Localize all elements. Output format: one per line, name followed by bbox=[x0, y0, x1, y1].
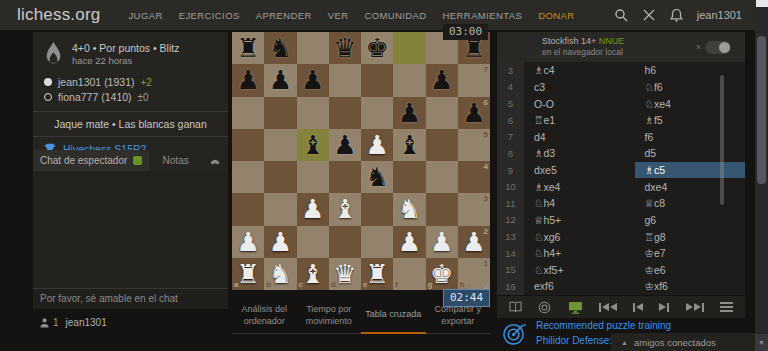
time-control-label: 4+0 • Por puntos • Blitz bbox=[72, 41, 179, 55]
goto-first-button[interactable] bbox=[599, 296, 617, 318]
player-name-rating: jean1301 (1931) bbox=[58, 76, 134, 88]
black-queen-d8[interactable]: ♛ bbox=[329, 32, 361, 64]
black-pawn-b7[interactable]: ♟ bbox=[264, 64, 296, 96]
square-d1[interactable]: ♛d bbox=[329, 258, 361, 290]
move-black-10[interactable]: dxe4 bbox=[635, 178, 746, 195]
move-black-3[interactable]: h6 bbox=[635, 62, 746, 79]
move-white-6[interactable]: ♖e1 bbox=[524, 112, 635, 129]
black-knight-b8[interactable]: ♞ bbox=[264, 32, 296, 64]
lichess-logo[interactable]: lichess.org bbox=[17, 5, 100, 25]
players-list: jean1301 (1931)+2fiona777 (1410)±0 bbox=[44, 75, 228, 105]
move-white-15[interactable]: ♘xf5+ bbox=[524, 262, 635, 279]
white-pawn-g2[interactable]: ♟ bbox=[426, 226, 458, 258]
square-c4[interactable] bbox=[297, 161, 329, 193]
chat-tabs: Chat de espectador Notas bbox=[33, 150, 228, 171]
rating-delta: +2 bbox=[140, 77, 151, 88]
move-row-10: 10♗xe4dxe4 bbox=[497, 178, 745, 195]
move-black-6[interactable]: ♗f5 bbox=[635, 112, 746, 129]
square-b3[interactable] bbox=[264, 193, 296, 225]
move-white-16[interactable]: exf6 bbox=[524, 278, 635, 295]
square-g2[interactable]: ♟ bbox=[426, 226, 458, 258]
move-white-10[interactable]: ♗xe4 bbox=[524, 178, 635, 195]
rank-label-1: 1 bbox=[484, 260, 488, 268]
square-a8[interactable]: ♜ bbox=[232, 32, 264, 64]
phone-icon bbox=[209, 155, 221, 167]
rank-label-3: 3 bbox=[484, 195, 488, 203]
move-number: 16 bbox=[497, 278, 524, 295]
move-white-13[interactable]: ♘xg6 bbox=[524, 228, 635, 245]
square-f4[interactable] bbox=[393, 161, 425, 193]
rank-label-7: 7 bbox=[484, 66, 488, 74]
move-number: 11 bbox=[497, 195, 524, 212]
move-row-5: 5O-O♘xe4 bbox=[497, 95, 745, 112]
square-b8[interactable]: ♞ bbox=[264, 32, 296, 64]
nav-menu: JUGAREJERCICIOSAPRENDERVERCOMUNIDADHERRA… bbox=[128, 10, 574, 21]
move-black-13[interactable]: ♖g8 bbox=[635, 228, 746, 245]
white-bishop-d3[interactable]: ♝ bbox=[329, 193, 361, 225]
move-number: 15 bbox=[497, 262, 524, 279]
move-black-15[interactable]: ♔e6 bbox=[635, 262, 746, 279]
move-black-4[interactable]: ♘f6 bbox=[635, 79, 746, 96]
square-g1[interactable]: ♚g bbox=[426, 258, 458, 290]
square-d8[interactable]: ♛ bbox=[329, 32, 361, 64]
square-f7[interactable] bbox=[393, 64, 425, 96]
white-piece-disc-icon bbox=[44, 78, 52, 86]
move-number: 13 bbox=[497, 228, 524, 245]
file-label-d: d bbox=[331, 281, 336, 289]
engine-subtitle: en el navegador local bbox=[542, 47, 624, 58]
engine-toggle[interactable]: × bbox=[696, 41, 731, 54]
practice-button[interactable] bbox=[568, 296, 583, 318]
square-d3[interactable]: ♝ bbox=[329, 193, 361, 225]
black-rook-a8[interactable]: ♜ bbox=[232, 32, 264, 64]
white-pawn-b2[interactable]: ♟ bbox=[264, 226, 296, 258]
nav-item-comunidad[interactable]: COMUNIDAD bbox=[364, 10, 426, 21]
friends-expand-icon: ▲ bbox=[621, 339, 628, 346]
voice-chat-button[interactable] bbox=[202, 150, 228, 171]
square-e7[interactable] bbox=[361, 64, 393, 96]
puzzle-training-link[interactable]: Recommended puzzle training bbox=[536, 319, 686, 334]
nav-item-ejercicios[interactable]: EJERCICIOS bbox=[179, 10, 240, 21]
move-number: 6 bbox=[497, 112, 524, 129]
square-h7[interactable]: 7 bbox=[458, 64, 490, 96]
notifications-bell-icon[interactable] bbox=[670, 8, 683, 22]
game-info-panel: 4+0 • Por puntos • Blitz hace 22 horas j… bbox=[33, 32, 228, 162]
black-pawn-d5[interactable]: ♟ bbox=[329, 129, 361, 161]
move-white-7[interactable]: d4 bbox=[524, 129, 635, 146]
engine-toggle-pill bbox=[705, 41, 731, 54]
square-e1[interactable]: ♜e bbox=[361, 258, 393, 290]
move-number: 4 bbox=[497, 79, 524, 96]
rank-label-5: 5 bbox=[484, 131, 488, 139]
move-white-8[interactable]: ♗d3 bbox=[524, 145, 635, 162]
chat-panel: Chat de espectador Notas Por favor, sé a… bbox=[33, 150, 228, 309]
player-black[interactable]: fiona777 (1410)±0 bbox=[44, 90, 228, 105]
move-number: 14 bbox=[497, 245, 524, 262]
square-e2[interactable] bbox=[361, 226, 393, 258]
square-b1[interactable]: ♞b bbox=[264, 258, 296, 290]
move-black-12[interactable]: g6 bbox=[635, 212, 746, 229]
tab-tabla-cruzada[interactable]: Tabla cruzada bbox=[361, 299, 426, 334]
nav-item-herramientas[interactable]: HERRAMIENTAS bbox=[443, 10, 523, 21]
black-king-e8[interactable]: ♚ bbox=[361, 32, 393, 64]
rating-delta: ±0 bbox=[138, 92, 149, 103]
square-c3[interactable]: ♟ bbox=[297, 193, 329, 225]
goto-previous-button[interactable] bbox=[633, 296, 643, 318]
square-b2[interactable]: ♟ bbox=[264, 226, 296, 258]
move-row-11: 11♘h4♕c8 bbox=[497, 195, 745, 212]
black-pawn-a7[interactable]: ♟ bbox=[232, 64, 264, 96]
rank-label-2: 2 bbox=[484, 228, 488, 236]
spectators-row: 1 jean1301 bbox=[40, 317, 107, 328]
spectator-name[interactable]: jean1301 bbox=[66, 317, 107, 328]
puzzle-target-icon bbox=[502, 321, 527, 346]
file-label-f: f bbox=[395, 281, 398, 289]
username-menu[interactable]: jean1301 bbox=[697, 9, 742, 21]
square-e5[interactable]: ♟ bbox=[361, 129, 393, 161]
move-list: 3♗c4h64c3♘f65O-O♘xe46♖e1♗f57d4f68♗d3d59d… bbox=[497, 62, 745, 295]
move-row-14: 14♘h4+♔e7 bbox=[497, 245, 745, 262]
square-c1[interactable]: ♝c bbox=[297, 258, 329, 290]
move-number: 8 bbox=[497, 145, 524, 162]
tab-compartir-y-exportar[interactable]: Compartir y exportar bbox=[426, 299, 491, 334]
tab-notes[interactable]: Notas bbox=[149, 150, 202, 171]
square-g3[interactable] bbox=[426, 193, 458, 225]
move-number: 3 bbox=[497, 62, 524, 79]
square-a3[interactable] bbox=[232, 193, 264, 225]
engine-bar: Stockfish 14+ NNUE en el navegador local… bbox=[497, 32, 745, 62]
page-scrollbar-down-arrow[interactable]: ▼ bbox=[755, 334, 768, 351]
move-row-6: 6♖e1♗f5 bbox=[497, 112, 745, 129]
white-pawn-f2[interactable]: ♟ bbox=[393, 226, 425, 258]
friends-bar-label: amigos conectados bbox=[634, 337, 716, 348]
move-black-7[interactable]: f6 bbox=[635, 129, 746, 146]
chat-toggle[interactable] bbox=[133, 156, 142, 165]
white-pawn-c3[interactable]: ♟ bbox=[297, 193, 329, 225]
game-result-label: Jaque mate • Las blancas ganan bbox=[33, 118, 228, 130]
square-f3[interactable]: ♞ bbox=[393, 193, 425, 225]
blitz-flame-icon bbox=[44, 42, 63, 67]
move-row-9: 9dxe5♗c5 bbox=[497, 162, 745, 179]
move-row-12: 12♕h5+g6 bbox=[497, 212, 745, 229]
move-row-16: 16exf6♔xf6 bbox=[497, 278, 745, 295]
friends-bar[interactable]: ▲ amigos conectados bbox=[611, 333, 755, 351]
square-a2[interactable]: ♟ bbox=[232, 226, 264, 258]
square-h2[interactable]: ♟2 bbox=[458, 226, 490, 258]
square-a6[interactable] bbox=[232, 97, 264, 129]
move-row-8: 8♗d3d5 bbox=[497, 145, 745, 162]
white-pawn-a2[interactable]: ♟ bbox=[232, 226, 264, 258]
tab-spectator-chat[interactable]: Chat de espectador bbox=[33, 150, 149, 171]
move-number: 9 bbox=[497, 162, 524, 179]
spectators-count: 1 bbox=[53, 317, 59, 328]
square-b7[interactable]: ♟ bbox=[264, 64, 296, 96]
square-g4[interactable] bbox=[426, 161, 458, 193]
square-c8[interactable] bbox=[297, 32, 329, 64]
file-label-h: h bbox=[460, 281, 465, 289]
page-scrollbar-thumb[interactable] bbox=[757, 36, 766, 184]
nav-item-jugar[interactable]: JUGAR bbox=[128, 10, 162, 21]
screen-icon bbox=[568, 301, 583, 314]
move-row-13: 13♘xg6♖g8 bbox=[497, 228, 745, 245]
square-c7[interactable]: ♟ bbox=[297, 64, 329, 96]
menu-button[interactable] bbox=[720, 302, 733, 312]
file-label-b: b bbox=[266, 281, 271, 289]
square-a1[interactable]: ♜a bbox=[232, 258, 264, 290]
rings-icon bbox=[538, 301, 551, 314]
square-e8[interactable]: ♚ bbox=[361, 32, 393, 64]
square-g7[interactable]: ♟ bbox=[426, 64, 458, 96]
move-white-3[interactable]: ♗c4 bbox=[524, 62, 635, 79]
move-number: 5 bbox=[497, 95, 524, 112]
square-c2[interactable] bbox=[297, 226, 329, 258]
black-bishop-f5[interactable]: ♝ bbox=[393, 129, 425, 161]
chat-messages bbox=[33, 171, 228, 288]
move-white-4[interactable]: c3 bbox=[524, 79, 635, 96]
square-d6[interactable] bbox=[329, 97, 361, 129]
engine-toggle-x-icon: × bbox=[696, 42, 701, 52]
move-number: 12 bbox=[497, 212, 524, 229]
square-d4[interactable] bbox=[329, 161, 361, 193]
move-row-7: 7d4f6 bbox=[497, 129, 745, 146]
file-label-a: a bbox=[234, 281, 238, 289]
black-piece-disc-icon bbox=[44, 93, 52, 101]
square-f5[interactable]: ♝ bbox=[393, 129, 425, 161]
engine-name: Stockfish 14+ bbox=[542, 36, 596, 46]
square-g5[interactable] bbox=[426, 129, 458, 161]
spectator-person-icon bbox=[40, 318, 49, 328]
square-g6[interactable] bbox=[426, 97, 458, 129]
square-h5[interactable]: 5 bbox=[458, 129, 490, 161]
square-b4[interactable] bbox=[264, 161, 296, 193]
goto-next-button[interactable] bbox=[659, 296, 669, 318]
engine-nnue-label: NNUE bbox=[599, 36, 625, 46]
nav-right: jean1301 bbox=[614, 0, 742, 30]
black-pawn-g7[interactable]: ♟ bbox=[426, 64, 458, 96]
move-row-15: 15♘xf5+♔e6 bbox=[497, 262, 745, 279]
white-pawn-e5[interactable]: ♟ bbox=[361, 129, 393, 161]
nav-item-aprender[interactable]: APRENDER bbox=[256, 10, 312, 21]
move-row-3: 3♗c4h6 bbox=[497, 62, 745, 79]
square-a4[interactable] bbox=[232, 161, 264, 193]
move-black-11[interactable]: ♕c8 bbox=[635, 195, 746, 212]
move-black-14[interactable]: ♔e7 bbox=[635, 245, 746, 262]
divider bbox=[33, 136, 228, 137]
move-black-5[interactable]: ♘xe4 bbox=[635, 95, 746, 112]
spectator-chat-label: Chat de espectador bbox=[40, 150, 127, 171]
explorer-button[interactable] bbox=[538, 296, 551, 318]
goto-last-button[interactable] bbox=[686, 296, 704, 318]
square-e3[interactable] bbox=[361, 193, 393, 225]
move-row-4: 4c3♘f6 bbox=[497, 79, 745, 96]
square-a5[interactable] bbox=[232, 129, 264, 161]
square-b6[interactable] bbox=[264, 97, 296, 129]
move-white-12[interactable]: ♕h5+ bbox=[524, 212, 635, 229]
lichess-page: lichess.org JUGAREJERCICIOSAPRENDERVERCO… bbox=[0, 0, 768, 351]
move-black-9[interactable]: ♗c5 bbox=[635, 162, 746, 179]
file-label-e: e bbox=[363, 281, 367, 289]
square-c5[interactable]: ♝ bbox=[297, 129, 329, 161]
tab-an-lisis-del-ordenador[interactable]: Análisis del ordenador bbox=[232, 299, 297, 334]
square-f2[interactable]: ♟ bbox=[393, 226, 425, 258]
square-a7[interactable]: ♟ bbox=[232, 64, 264, 96]
tab-tiempo-por-movimiento[interactable]: Tiempo por movimiento bbox=[297, 299, 362, 334]
nav-item-donar[interactable]: DONAR bbox=[538, 10, 574, 21]
white-knight-f3[interactable]: ♞ bbox=[393, 193, 425, 225]
page-scrollbar-top-cap bbox=[756, 0, 768, 7]
game-age-label: hace 22 horas bbox=[72, 55, 179, 68]
top-nav: lichess.org JUGAREJERCICIOSAPRENDERVERCO… bbox=[0, 0, 768, 30]
square-h4[interactable]: 4 bbox=[458, 161, 490, 193]
challenges-swords-icon[interactable] bbox=[642, 8, 656, 22]
move-white-11[interactable]: ♘h4 bbox=[524, 195, 635, 212]
file-label-g: g bbox=[428, 281, 433, 289]
nav-item-ver[interactable]: VER bbox=[328, 10, 349, 21]
square-f6[interactable]: ♟ bbox=[393, 97, 425, 129]
move-white-5[interactable]: O-O bbox=[524, 95, 635, 112]
replay-controls bbox=[497, 296, 745, 318]
move-black-16[interactable]: ♔xf6 bbox=[635, 278, 746, 295]
move-list-scrollbar[interactable] bbox=[720, 75, 724, 205]
black-pawn-f6[interactable]: ♟ bbox=[393, 97, 425, 129]
square-d5[interactable]: ♟ bbox=[329, 129, 361, 161]
move-number: 10 bbox=[497, 178, 524, 195]
file-label-c: c bbox=[299, 281, 303, 289]
black-pawn-c7[interactable]: ♟ bbox=[297, 64, 329, 96]
clock-black: 03:00 bbox=[443, 24, 488, 40]
black-bishop-c5[interactable]: ♝ bbox=[297, 129, 329, 161]
square-d7[interactable] bbox=[329, 64, 361, 96]
analysis-tabs: Análisis del ordenadorTiempo por movimie… bbox=[232, 299, 490, 334]
square-f8[interactable] bbox=[393, 32, 425, 64]
black-knight-e4[interactable]: ♞ bbox=[361, 161, 393, 193]
square-f1[interactable]: f bbox=[393, 258, 425, 290]
move-white-14[interactable]: ♘h4+ bbox=[524, 245, 635, 262]
player-name-rating: fiona777 (1410) bbox=[58, 91, 132, 103]
move-black-8[interactable]: d5 bbox=[635, 145, 746, 162]
square-c6[interactable] bbox=[297, 97, 329, 129]
rank-label-6: 6 bbox=[484, 99, 488, 107]
book-button[interactable] bbox=[509, 296, 522, 318]
chess-board: ♜♞♛♚♜8♟♟♟♟7♟♟6♝♟♟♝5♞4♟♝♞3♟♟♟♟♟2♜a♞b♝c♛d♜… bbox=[232, 32, 490, 290]
square-e4[interactable]: ♞ bbox=[361, 161, 393, 193]
search-icon[interactable] bbox=[614, 8, 628, 22]
book-icon bbox=[509, 301, 522, 313]
divider bbox=[33, 111, 228, 112]
square-d2[interactable] bbox=[329, 226, 361, 258]
rank-label-4: 4 bbox=[484, 163, 488, 171]
player-white[interactable]: jean1301 (1931)+2 bbox=[44, 75, 228, 90]
move-number: 7 bbox=[497, 129, 524, 146]
move-white-9[interactable]: dxe5 bbox=[524, 162, 635, 179]
square-b5[interactable] bbox=[264, 129, 296, 161]
square-e6[interactable] bbox=[361, 97, 393, 129]
square-h6[interactable]: ♟6 bbox=[458, 97, 490, 129]
square-h3[interactable]: 3 bbox=[458, 193, 490, 225]
chat-input[interactable]: Por favor, sé amable en el chat bbox=[33, 288, 228, 309]
